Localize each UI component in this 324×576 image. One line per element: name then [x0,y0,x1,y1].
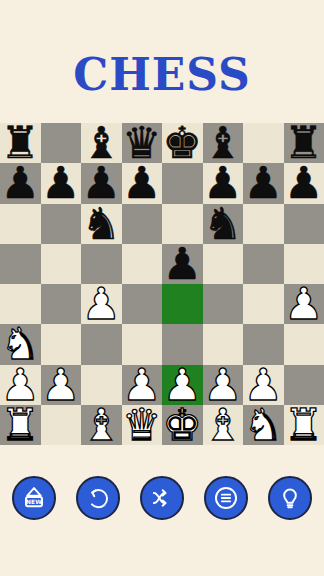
square-d5[interactable] [122,244,163,284]
square-d4[interactable] [122,284,163,324]
piece-black-pawn-d7[interactable]: ♟ [122,163,161,203]
piece-black-knight-c6[interactable]: ♞ [82,204,121,244]
piece-black-pawn-h7[interactable]: ♟ [284,163,323,203]
hint-button[interactable] [268,476,312,520]
new-sign-icon: NEW [21,485,47,511]
piece-white-queen-d1[interactable]: ♛ [122,405,161,445]
square-a1[interactable]: ♜ [0,405,41,445]
piece-black-pawn-e5[interactable]: ♟ [163,244,202,284]
square-b4[interactable] [41,284,82,324]
square-d1[interactable]: ♛ [122,405,163,445]
piece-black-king-e8[interactable]: ♚ [163,123,202,163]
square-g5[interactable] [243,244,284,284]
square-g6[interactable] [243,204,284,244]
square-c4[interactable]: ♟ [81,284,122,324]
square-e7[interactable] [162,163,203,203]
square-b6[interactable] [41,204,82,244]
square-b1[interactable] [41,405,82,445]
piece-white-rook-h1[interactable]: ♜ [284,405,323,445]
undo-button[interactable] [76,476,120,520]
piece-white-king-e1[interactable]: ♚ [163,405,202,445]
piece-black-knight-f6[interactable]: ♞ [203,204,242,244]
undo-arrow-icon [85,485,111,511]
square-b2[interactable]: ♟ [41,365,82,405]
square-b7[interactable]: ♟ [41,163,82,203]
page-title: CHESS [0,50,324,100]
new-label: NEW [26,498,42,505]
square-e5[interactable]: ♟ [162,244,203,284]
square-g1[interactable]: ♞ [243,405,284,445]
square-e8[interactable]: ♚ [162,123,203,163]
square-h1[interactable]: ♜ [284,405,324,445]
square-f5[interactable] [203,244,244,284]
square-h4[interactable]: ♟ [284,284,324,324]
piece-white-knight-g1[interactable]: ♞ [244,405,283,445]
square-c3[interactable] [81,324,122,364]
piece-white-pawn-c4[interactable]: ♟ [82,284,121,324]
shuffle-button[interactable] [140,476,184,520]
square-b5[interactable] [41,244,82,284]
square-f6[interactable]: ♞ [203,204,244,244]
square-a6[interactable] [0,204,41,244]
menu-circle-icon [213,485,239,511]
piece-black-pawn-g7[interactable]: ♟ [244,163,283,203]
square-h6[interactable] [284,204,324,244]
piece-white-rook-a1[interactable]: ♜ [1,405,40,445]
piece-black-pawn-b7[interactable]: ♟ [41,163,80,203]
piece-black-pawn-a7[interactable]: ♟ [1,163,40,203]
square-d7[interactable]: ♟ [122,163,163,203]
square-g4[interactable] [243,284,284,324]
square-g7[interactable]: ♟ [243,163,284,203]
toolbar: NEW [0,476,324,520]
new-game-button[interactable]: NEW [12,476,56,520]
shuffle-icon [149,485,175,511]
square-c6[interactable]: ♞ [81,204,122,244]
lightbulb-icon [277,485,303,511]
square-h3[interactable] [284,324,324,364]
piece-white-pawn-b2[interactable]: ♟ [41,365,80,405]
square-f1[interactable]: ♝ [203,405,244,445]
piece-white-pawn-h4[interactable]: ♟ [284,284,323,324]
piece-white-bishop-f1[interactable]: ♝ [203,405,242,445]
square-e1[interactable]: ♚ [162,405,203,445]
piece-white-bishop-c1[interactable]: ♝ [82,405,121,445]
menu-button[interactable] [204,476,248,520]
square-f4[interactable] [203,284,244,324]
square-h7[interactable]: ♟ [284,163,324,203]
square-a7[interactable]: ♟ [0,163,41,203]
square-a5[interactable] [0,244,41,284]
square-d6[interactable] [122,204,163,244]
square-e4[interactable] [162,284,203,324]
chess-board: ♜♝♛♚♝♜♟♟♟♟♟♟♟♞♞♟♟♟♞♟♟♟♟♟♟♜♝♛♚♝♞♜ [0,123,324,445]
square-c1[interactable]: ♝ [81,405,122,445]
